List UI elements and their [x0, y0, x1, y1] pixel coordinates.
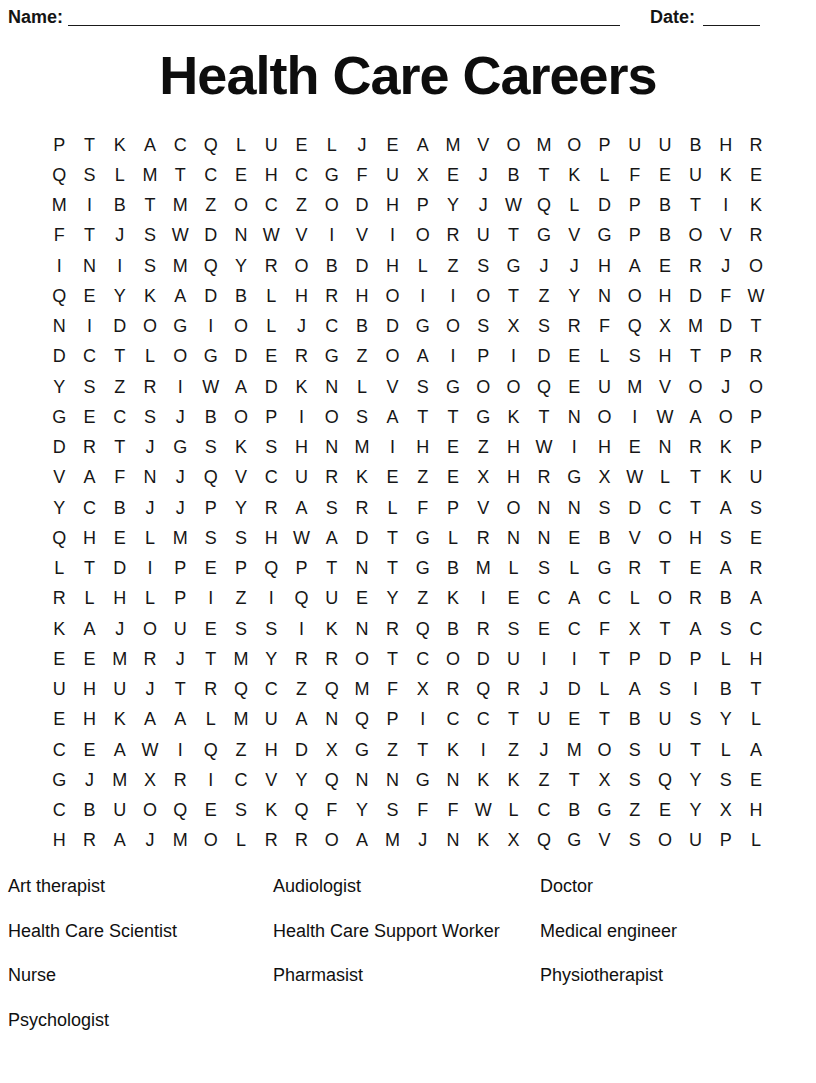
grid-cell-r17c13[interactable]: Q [408, 614, 438, 644]
grid-cell-r11c24[interactable]: P [741, 433, 771, 463]
grid-cell-r19c5[interactable]: T [165, 675, 195, 705]
grid-cell-r5c6[interactable]: Q [195, 251, 225, 281]
grid-cell-r14c24[interactable]: E [741, 523, 771, 553]
grid-cell-r18c8[interactable]: Y [256, 644, 286, 674]
grid-cell-r3c16[interactable]: W [498, 191, 528, 221]
grid-cell-r5c9[interactable]: O [286, 251, 316, 281]
grid-cell-r20c12[interactable]: P [377, 705, 407, 735]
grid-cell-r18c16[interactable]: U [498, 644, 528, 674]
grid-cell-r12c17[interactable]: R [529, 463, 559, 493]
grid-cell-r14c1[interactable]: Q [44, 523, 74, 553]
grid-cell-r16c8[interactable]: I [256, 584, 286, 614]
grid-cell-r21c7[interactable]: Z [226, 735, 256, 765]
grid-cell-r21c12[interactable]: Z [377, 735, 407, 765]
grid-cell-r14c15[interactable]: R [468, 523, 498, 553]
grid-cell-r5c17[interactable]: J [529, 251, 559, 281]
grid-cell-r12c12[interactable]: E [377, 463, 407, 493]
grid-cell-r3c1[interactable]: M [44, 191, 74, 221]
grid-cell-r13c24[interactable]: S [741, 493, 771, 523]
grid-cell-r15c19[interactable]: G [589, 554, 619, 584]
grid-cell-r8c6[interactable]: G [195, 342, 225, 372]
grid-cell-r12c13[interactable]: Z [408, 463, 438, 493]
grid-cell-r13c5[interactable]: J [165, 493, 195, 523]
grid-cell-r15c13[interactable]: G [408, 554, 438, 584]
grid-cell-r11c23[interactable]: K [711, 433, 741, 463]
grid-cell-r21c21[interactable]: U [650, 735, 680, 765]
grid-cell-r9c5[interactable]: I [165, 372, 195, 402]
grid-cell-r12c2[interactable]: A [74, 463, 104, 493]
grid-cell-r22c12[interactable]: N [377, 765, 407, 795]
grid-cell-r11c2[interactable]: R [74, 433, 104, 463]
grid-cell-r23c11[interactable]: Y [347, 796, 377, 826]
grid-cell-r2c14[interactable]: E [438, 160, 468, 190]
grid-cell-r8c21[interactable]: H [650, 342, 680, 372]
grid-cell-r22c3[interactable]: M [105, 765, 135, 795]
grid-cell-r3c17[interactable]: Q [529, 191, 559, 221]
grid-cell-r6c8[interactable]: L [256, 281, 286, 311]
grid-cell-r19c15[interactable]: Q [468, 675, 498, 705]
grid-cell-r24c15[interactable]: K [468, 826, 498, 856]
grid-cell-r15c17[interactable]: S [529, 554, 559, 584]
grid-cell-r23c6[interactable]: E [195, 796, 225, 826]
grid-cell-r18c9[interactable]: R [286, 644, 316, 674]
grid-cell-r22c8[interactable]: V [256, 765, 286, 795]
grid-cell-r6c22[interactable]: D [680, 281, 710, 311]
grid-cell-r1c21[interactable]: U [650, 130, 680, 160]
grid-cell-r17c18[interactable]: C [559, 614, 589, 644]
grid-cell-r18c21[interactable]: D [650, 644, 680, 674]
grid-cell-r24c1[interactable]: H [44, 826, 74, 856]
grid-cell-r24c19[interactable]: V [589, 826, 619, 856]
grid-cell-r23c8[interactable]: K [256, 796, 286, 826]
grid-cell-r4c7[interactable]: N [226, 221, 256, 251]
grid-cell-r10c11[interactable]: S [347, 402, 377, 432]
grid-cell-r3c10[interactable]: O [317, 191, 347, 221]
grid-cell-r19c8[interactable]: C [256, 675, 286, 705]
grid-cell-r23c22[interactable]: Y [680, 796, 710, 826]
grid-cell-r1c23[interactable]: H [711, 130, 741, 160]
grid-cell-r17c16[interactable]: S [498, 614, 528, 644]
grid-cell-r14c22[interactable]: H [680, 523, 710, 553]
grid-cell-r11c6[interactable]: S [195, 433, 225, 463]
grid-cell-r9c8[interactable]: D [256, 372, 286, 402]
grid-cell-r12c1[interactable]: V [44, 463, 74, 493]
grid-cell-r17c21[interactable]: T [650, 614, 680, 644]
grid-cell-r5c22[interactable]: R [680, 251, 710, 281]
grid-cell-r3c22[interactable]: T [680, 191, 710, 221]
grid-cell-r24c8[interactable]: R [256, 826, 286, 856]
grid-cell-r7c16[interactable]: X [498, 312, 528, 342]
grid-cell-r20c19[interactable]: T [589, 705, 619, 735]
grid-cell-r8c11[interactable]: Z [347, 342, 377, 372]
grid-cell-r9c6[interactable]: W [195, 372, 225, 402]
grid-cell-r6c16[interactable]: T [498, 281, 528, 311]
grid-cell-r13c2[interactable]: C [74, 493, 104, 523]
grid-cell-r8c13[interactable]: A [408, 342, 438, 372]
grid-cell-r6c6[interactable]: D [195, 281, 225, 311]
grid-cell-r21c2[interactable]: E [74, 735, 104, 765]
grid-cell-r23c9[interactable]: Q [286, 796, 316, 826]
grid-cell-r21c11[interactable]: G [347, 735, 377, 765]
grid-cell-r16c6[interactable]: I [195, 584, 225, 614]
grid-cell-r17c6[interactable]: E [195, 614, 225, 644]
grid-cell-r23c14[interactable]: F [438, 796, 468, 826]
grid-cell-r20c16[interactable]: T [498, 705, 528, 735]
grid-cell-r10c2[interactable]: E [74, 402, 104, 432]
grid-cell-r12c21[interactable]: L [650, 463, 680, 493]
grid-cell-r11c8[interactable]: S [256, 433, 286, 463]
grid-cell-r4c11[interactable]: V [347, 221, 377, 251]
grid-cell-r8c5[interactable]: O [165, 342, 195, 372]
grid-cell-r24c3[interactable]: A [105, 826, 135, 856]
grid-cell-r12c20[interactable]: W [620, 463, 650, 493]
grid-cell-r13c23[interactable]: A [711, 493, 741, 523]
grid-cell-r21c16[interactable]: Z [498, 735, 528, 765]
grid-cell-r9c16[interactable]: O [498, 372, 528, 402]
grid-cell-r14c5[interactable]: M [165, 523, 195, 553]
grid-cell-r16c7[interactable]: Z [226, 584, 256, 614]
grid-cell-r11c16[interactable]: H [498, 433, 528, 463]
grid-cell-r7c11[interactable]: B [347, 312, 377, 342]
grid-cell-r15c2[interactable]: T [74, 554, 104, 584]
grid-cell-r15c18[interactable]: L [559, 554, 589, 584]
grid-cell-r5c4[interactable]: S [135, 251, 165, 281]
grid-cell-r17c3[interactable]: J [105, 614, 135, 644]
grid-cell-r17c1[interactable]: K [44, 614, 74, 644]
grid-cell-r16c21[interactable]: O [650, 584, 680, 614]
grid-cell-r8c10[interactable]: G [317, 342, 347, 372]
grid-cell-r16c15[interactable]: I [468, 584, 498, 614]
grid-cell-r18c23[interactable]: L [711, 644, 741, 674]
grid-cell-r5c10[interactable]: B [317, 251, 347, 281]
grid-cell-r7c2[interactable]: I [74, 312, 104, 342]
grid-cell-r9c13[interactable]: S [408, 372, 438, 402]
grid-cell-r23c23[interactable]: X [711, 796, 741, 826]
grid-cell-r10c8[interactable]: P [256, 402, 286, 432]
grid-cell-r2c19[interactable]: L [589, 160, 619, 190]
grid-cell-r1c13[interactable]: A [408, 130, 438, 160]
grid-cell-r6c1[interactable]: Q [44, 281, 74, 311]
grid-cell-r9c2[interactable]: S [74, 372, 104, 402]
grid-cell-r2c11[interactable]: F [347, 160, 377, 190]
grid-cell-r8c23[interactable]: P [711, 342, 741, 372]
grid-cell-r16c4[interactable]: L [135, 584, 165, 614]
grid-cell-r7c8[interactable]: L [256, 312, 286, 342]
grid-cell-r13c4[interactable]: J [135, 493, 165, 523]
grid-cell-r16c12[interactable]: Y [377, 584, 407, 614]
grid-cell-r9c21[interactable]: V [650, 372, 680, 402]
grid-cell-r14c19[interactable]: B [589, 523, 619, 553]
grid-cell-r16c5[interactable]: P [165, 584, 195, 614]
grid-cell-r10c6[interactable]: B [195, 402, 225, 432]
grid-cell-r13c9[interactable]: A [286, 493, 316, 523]
grid-cell-r24c24[interactable]: L [741, 826, 771, 856]
grid-cell-r20c2[interactable]: H [74, 705, 104, 735]
grid-cell-r11c17[interactable]: W [529, 433, 559, 463]
grid-cell-r13c16[interactable]: O [498, 493, 528, 523]
grid-cell-r22c11[interactable]: N [347, 765, 377, 795]
grid-cell-r12c7[interactable]: V [226, 463, 256, 493]
grid-cell-r22c14[interactable]: N [438, 765, 468, 795]
grid-cell-r12c4[interactable]: N [135, 463, 165, 493]
grid-cell-r8c16[interactable]: I [498, 342, 528, 372]
grid-cell-r2c3[interactable]: L [105, 160, 135, 190]
grid-cell-r24c12[interactable]: M [377, 826, 407, 856]
grid-cell-r18c10[interactable]: R [317, 644, 347, 674]
grid-cell-r8c18[interactable]: E [559, 342, 589, 372]
grid-cell-r10c13[interactable]: T [408, 402, 438, 432]
grid-cell-r12c8[interactable]: C [256, 463, 286, 493]
grid-cell-r15c12[interactable]: T [377, 554, 407, 584]
grid-cell-r10c14[interactable]: T [438, 402, 468, 432]
grid-cell-r4c9[interactable]: V [286, 221, 316, 251]
grid-cell-r14c9[interactable]: W [286, 523, 316, 553]
grid-cell-r6c14[interactable]: I [438, 281, 468, 311]
grid-cell-r19c21[interactable]: S [650, 675, 680, 705]
grid-cell-r2c16[interactable]: B [498, 160, 528, 190]
grid-cell-r8c17[interactable]: D [529, 342, 559, 372]
grid-cell-r2c24[interactable]: E [741, 160, 771, 190]
grid-cell-r2c15[interactable]: J [468, 160, 498, 190]
grid-cell-r9c1[interactable]: Y [44, 372, 74, 402]
grid-cell-r1c11[interactable]: J [347, 130, 377, 160]
grid-cell-r15c7[interactable]: P [226, 554, 256, 584]
grid-cell-r11c18[interactable]: I [559, 433, 589, 463]
grid-cell-r6c20[interactable]: O [620, 281, 650, 311]
grid-cell-r10c23[interactable]: O [711, 402, 741, 432]
grid-cell-r23c24[interactable]: H [741, 796, 771, 826]
grid-cell-r9c3[interactable]: Z [105, 372, 135, 402]
grid-cell-r17c20[interactable]: X [620, 614, 650, 644]
grid-cell-r16c13[interactable]: Z [408, 584, 438, 614]
grid-cell-r2c7[interactable]: E [226, 160, 256, 190]
grid-cell-r14c18[interactable]: E [559, 523, 589, 553]
grid-cell-r22c4[interactable]: X [135, 765, 165, 795]
grid-cell-r11c9[interactable]: H [286, 433, 316, 463]
grid-cell-r23c7[interactable]: S [226, 796, 256, 826]
grid-cell-r8c1[interactable]: D [44, 342, 74, 372]
grid-cell-r4c4[interactable]: S [135, 221, 165, 251]
grid-cell-r1c2[interactable]: T [74, 130, 104, 160]
grid-cell-r6c23[interactable]: F [711, 281, 741, 311]
grid-cell-r4c21[interactable]: B [650, 221, 680, 251]
grid-cell-r11c13[interactable]: H [408, 433, 438, 463]
grid-cell-r19c12[interactable]: F [377, 675, 407, 705]
grid-cell-r13c11[interactable]: R [347, 493, 377, 523]
grid-cell-r19c16[interactable]: R [498, 675, 528, 705]
grid-cell-r14c6[interactable]: S [195, 523, 225, 553]
grid-cell-r17c15[interactable]: R [468, 614, 498, 644]
grid-cell-r2c10[interactable]: G [317, 160, 347, 190]
grid-cell-r4c6[interactable]: D [195, 221, 225, 251]
grid-cell-r2c18[interactable]: K [559, 160, 589, 190]
grid-cell-r22c5[interactable]: R [165, 765, 195, 795]
grid-cell-r24c20[interactable]: S [620, 826, 650, 856]
grid-cell-r5c12[interactable]: H [377, 251, 407, 281]
grid-cell-r13c6[interactable]: P [195, 493, 225, 523]
grid-cell-r20c3[interactable]: K [105, 705, 135, 735]
grid-cell-r21c18[interactable]: M [559, 735, 589, 765]
grid-cell-r7c14[interactable]: O [438, 312, 468, 342]
grid-cell-r18c3[interactable]: M [105, 644, 135, 674]
grid-cell-r13c15[interactable]: V [468, 493, 498, 523]
grid-cell-r20c20[interactable]: B [620, 705, 650, 735]
grid-cell-r20c5[interactable]: A [165, 705, 195, 735]
grid-cell-r2c17[interactable]: T [529, 160, 559, 190]
grid-cell-r24c11[interactable]: A [347, 826, 377, 856]
grid-cell-r18c13[interactable]: C [408, 644, 438, 674]
grid-cell-r18c20[interactable]: P [620, 644, 650, 674]
grid-cell-r3c13[interactable]: P [408, 191, 438, 221]
grid-cell-r16c19[interactable]: C [589, 584, 619, 614]
grid-cell-r18c5[interactable]: J [165, 644, 195, 674]
grid-cell-r7c18[interactable]: R [559, 312, 589, 342]
grid-cell-r8c24[interactable]: R [741, 342, 771, 372]
grid-cell-r8c14[interactable]: I [438, 342, 468, 372]
grid-cell-r2c23[interactable]: K [711, 160, 741, 190]
grid-cell-r14c14[interactable]: L [438, 523, 468, 553]
grid-cell-r3c12[interactable]: H [377, 191, 407, 221]
grid-cell-r16c18[interactable]: A [559, 584, 589, 614]
grid-cell-r19c20[interactable]: A [620, 675, 650, 705]
grid-cell-r1c20[interactable]: U [620, 130, 650, 160]
grid-cell-r20c6[interactable]: L [195, 705, 225, 735]
grid-cell-r7c23[interactable]: D [711, 312, 741, 342]
grid-cell-r21c15[interactable]: I [468, 735, 498, 765]
grid-cell-r9c20[interactable]: M [620, 372, 650, 402]
grid-cell-r20c21[interactable]: U [650, 705, 680, 735]
grid-cell-r14c10[interactable]: A [317, 523, 347, 553]
grid-cell-r15c15[interactable]: M [468, 554, 498, 584]
grid-cell-r3c6[interactable]: Z [195, 191, 225, 221]
grid-cell-r9c18[interactable]: E [559, 372, 589, 402]
grid-cell-r20c22[interactable]: S [680, 705, 710, 735]
grid-cell-r18c17[interactable]: I [529, 644, 559, 674]
grid-cell-r4c1[interactable]: F [44, 221, 74, 251]
grid-cell-r19c19[interactable]: L [589, 675, 619, 705]
grid-cell-r9c19[interactable]: U [589, 372, 619, 402]
grid-cell-r20c7[interactable]: M [226, 705, 256, 735]
grid-cell-r17c5[interactable]: U [165, 614, 195, 644]
grid-cell-r18c19[interactable]: T [589, 644, 619, 674]
grid-cell-r23c10[interactable]: F [317, 796, 347, 826]
grid-cell-r7c10[interactable]: C [317, 312, 347, 342]
grid-cell-r16c1[interactable]: R [44, 584, 74, 614]
grid-cell-r20c18[interactable]: E [559, 705, 589, 735]
grid-cell-r2c8[interactable]: H [256, 160, 286, 190]
grid-cell-r18c12[interactable]: T [377, 644, 407, 674]
grid-cell-r5c1[interactable]: I [44, 251, 74, 281]
grid-cell-r24c10[interactable]: O [317, 826, 347, 856]
grid-cell-r16c17[interactable]: C [529, 584, 559, 614]
grid-cell-r18c15[interactable]: D [468, 644, 498, 674]
grid-cell-r20c15[interactable]: C [468, 705, 498, 735]
grid-cell-r23c16[interactable]: L [498, 796, 528, 826]
grid-cell-r16c24[interactable]: A [741, 584, 771, 614]
grid-cell-r9c4[interactable]: R [135, 372, 165, 402]
grid-cell-r21c19[interactable]: O [589, 735, 619, 765]
grid-cell-r9c17[interactable]: Q [529, 372, 559, 402]
grid-cell-r14c3[interactable]: E [105, 523, 135, 553]
grid-cell-r15c3[interactable]: D [105, 554, 135, 584]
grid-cell-r5c16[interactable]: G [498, 251, 528, 281]
grid-cell-r10c5[interactable]: J [165, 402, 195, 432]
grid-cell-r1c15[interactable]: V [468, 130, 498, 160]
grid-cell-r19c4[interactable]: J [135, 675, 165, 705]
grid-cell-r23c17[interactable]: C [529, 796, 559, 826]
grid-cell-r19c14[interactable]: R [438, 675, 468, 705]
grid-cell-r21c14[interactable]: K [438, 735, 468, 765]
grid-cell-r9c11[interactable]: L [347, 372, 377, 402]
grid-cell-r21c24[interactable]: A [741, 735, 771, 765]
grid-cell-r9c9[interactable]: K [286, 372, 316, 402]
grid-cell-r3c20[interactable]: P [620, 191, 650, 221]
grid-cell-r3c14[interactable]: Y [438, 191, 468, 221]
grid-cell-r6c7[interactable]: B [226, 281, 256, 311]
grid-cell-r22c6[interactable]: I [195, 765, 225, 795]
grid-cell-r16c22[interactable]: R [680, 584, 710, 614]
grid-cell-r2c5[interactable]: T [165, 160, 195, 190]
grid-cell-r4c14[interactable]: R [438, 221, 468, 251]
grid-cell-r17c4[interactable]: O [135, 614, 165, 644]
grid-cell-r2c20[interactable]: F [620, 160, 650, 190]
grid-cell-r17c7[interactable]: S [226, 614, 256, 644]
grid-cell-r13c14[interactable]: P [438, 493, 468, 523]
grid-cell-r24c22[interactable]: U [680, 826, 710, 856]
grid-cell-r24c5[interactable]: M [165, 826, 195, 856]
grid-cell-r14c13[interactable]: G [408, 523, 438, 553]
grid-cell-r17c23[interactable]: S [711, 614, 741, 644]
grid-cell-r9c22[interactable]: O [680, 372, 710, 402]
grid-cell-r23c21[interactable]: E [650, 796, 680, 826]
grid-cell-r3c5[interactable]: M [165, 191, 195, 221]
grid-cell-r20c4[interactable]: A [135, 705, 165, 735]
grid-cell-r6c17[interactable]: Z [529, 281, 559, 311]
grid-cell-r17c8[interactable]: S [256, 614, 286, 644]
grid-cell-r20c11[interactable]: Q [347, 705, 377, 735]
grid-cell-r14c20[interactable]: V [620, 523, 650, 553]
grid-cell-r8c20[interactable]: S [620, 342, 650, 372]
grid-cell-r15c9[interactable]: P [286, 554, 316, 584]
grid-cell-r13c18[interactable]: N [559, 493, 589, 523]
grid-cell-r5c5[interactable]: M [165, 251, 195, 281]
grid-cell-r4c20[interactable]: P [620, 221, 650, 251]
grid-cell-r10c15[interactable]: G [468, 402, 498, 432]
grid-cell-r18c2[interactable]: E [74, 644, 104, 674]
grid-cell-r14c12[interactable]: T [377, 523, 407, 553]
grid-cell-r10c4[interactable]: S [135, 402, 165, 432]
grid-cell-r9c10[interactable]: N [317, 372, 347, 402]
grid-cell-r22c2[interactable]: J [74, 765, 104, 795]
grid-cell-r18c22[interactable]: P [680, 644, 710, 674]
grid-cell-r22c19[interactable]: X [589, 765, 619, 795]
grid-cell-r4c22[interactable]: O [680, 221, 710, 251]
grid-cell-r19c23[interactable]: B [711, 675, 741, 705]
grid-cell-r18c24[interactable]: H [741, 644, 771, 674]
grid-cell-r1c18[interactable]: O [559, 130, 589, 160]
grid-cell-r19c1[interactable]: U [44, 675, 74, 705]
grid-cell-r23c18[interactable]: B [559, 796, 589, 826]
grid-cell-r19c10[interactable]: Q [317, 675, 347, 705]
grid-cell-r11c5[interactable]: G [165, 433, 195, 463]
grid-cell-r19c13[interactable]: X [408, 675, 438, 705]
grid-cell-r19c18[interactable]: D [559, 675, 589, 705]
grid-cell-r8c15[interactable]: P [468, 342, 498, 372]
grid-cell-r14c2[interactable]: H [74, 523, 104, 553]
grid-cell-r16c9[interactable]: Q [286, 584, 316, 614]
grid-cell-r22c9[interactable]: Y [286, 765, 316, 795]
grid-cell-r4c12[interactable]: I [377, 221, 407, 251]
